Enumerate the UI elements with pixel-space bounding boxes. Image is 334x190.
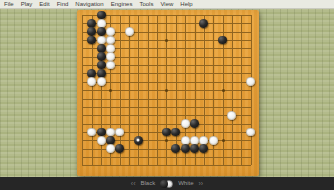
stone-white[interactable] — [246, 77, 255, 86]
grid-vline — [120, 15, 121, 165]
stone-black[interactable] — [199, 19, 208, 28]
stone-black[interactable] — [97, 27, 106, 36]
grid-vline — [251, 15, 252, 165]
stone-white[interactable] — [181, 136, 190, 145]
stone-white[interactable] — [115, 128, 124, 137]
next-move-button[interactable]: ›› — [199, 177, 204, 190]
stone-white[interactable] — [106, 44, 115, 53]
grid-vline — [129, 15, 130, 165]
stone-black[interactable] — [97, 128, 106, 137]
last-move-marker — [137, 139, 140, 142]
stone-white[interactable] — [97, 19, 106, 28]
menu-bar: FilePlayEditFindNavigationEnginesToolsVi… — [0, 0, 334, 9]
stone-black[interactable] — [97, 52, 106, 61]
stone-black[interactable] — [218, 36, 227, 45]
stone-white[interactable] — [227, 111, 236, 120]
stone-black[interactable] — [97, 61, 106, 70]
stone-white[interactable] — [190, 136, 199, 145]
status-bar: ‹‹ Black White ›› — [0, 177, 334, 190]
black-white-stones-icon — [160, 179, 173, 188]
stone-black[interactable] — [199, 144, 208, 153]
stone-white[interactable] — [106, 27, 115, 36]
stone-white[interactable] — [87, 128, 96, 137]
stone-black[interactable] — [171, 128, 180, 137]
stone-white[interactable] — [106, 36, 115, 45]
stone-black[interactable] — [87, 36, 96, 45]
menu-item-navigation[interactable]: Navigation — [75, 0, 103, 8]
stone-black[interactable] — [115, 144, 124, 153]
stone-white[interactable] — [87, 77, 96, 86]
stone-black[interactable] — [171, 144, 180, 153]
stone-white[interactable] — [106, 52, 115, 61]
stone-black[interactable] — [97, 11, 106, 20]
stone-black[interactable] — [134, 136, 143, 145]
star-point — [222, 139, 225, 142]
menu-item-tools[interactable]: Tools — [139, 0, 153, 8]
stone-black[interactable] — [181, 144, 190, 153]
menu-item-edit[interactable]: Edit — [39, 0, 49, 8]
prev-move-button[interactable]: ‹‹ — [131, 177, 136, 190]
grid-hline — [82, 165, 250, 166]
grid-vline — [157, 15, 158, 165]
star-point — [165, 139, 168, 142]
stone-black[interactable] — [87, 69, 96, 78]
black-player-label: Black — [140, 177, 155, 190]
grid-vline — [82, 15, 83, 165]
star-point — [109, 89, 112, 92]
stone-white[interactable] — [199, 136, 208, 145]
grid-vline — [241, 15, 242, 165]
stone-white[interactable] — [97, 36, 106, 45]
menu-item-view[interactable]: View — [160, 0, 173, 8]
star-point — [222, 89, 225, 92]
stone-white[interactable] — [106, 128, 115, 137]
stone-white[interactable] — [181, 119, 190, 128]
menu-item-engines[interactable]: Engines — [111, 0, 133, 8]
grid-vline — [232, 15, 233, 165]
stone-white[interactable] — [106, 144, 115, 153]
grid-vline — [176, 15, 177, 165]
stone-black[interactable] — [162, 128, 171, 137]
stone-black[interactable] — [87, 27, 96, 36]
go-board[interactable] — [77, 10, 259, 176]
white-player-label: White — [178, 177, 193, 190]
stone-white[interactable] — [97, 136, 106, 145]
stone-black[interactable] — [190, 119, 199, 128]
menu-item-file[interactable]: File — [4, 0, 14, 8]
stone-black[interactable] — [87, 19, 96, 28]
menu-item-play[interactable]: Play — [21, 0, 33, 8]
stone-black[interactable] — [97, 44, 106, 53]
stone-white[interactable] — [209, 136, 218, 145]
stone-white[interactable] — [246, 128, 255, 137]
stone-white[interactable] — [97, 77, 106, 86]
star-point — [165, 39, 168, 42]
menu-item-find[interactable]: Find — [57, 0, 69, 8]
stone-white[interactable] — [106, 61, 115, 70]
stone-black[interactable] — [190, 144, 199, 153]
star-point — [165, 89, 168, 92]
menu-item-help[interactable]: Help — [180, 0, 192, 8]
stone-black[interactable] — [106, 136, 115, 145]
stone-white[interactable] — [125, 27, 134, 36]
stone-black[interactable] — [97, 69, 106, 78]
grid-vline — [148, 15, 149, 165]
